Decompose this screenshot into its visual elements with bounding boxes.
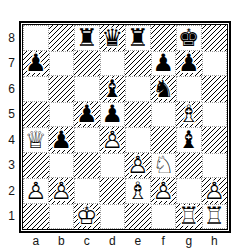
square-g4[interactable]: ♝♝ xyxy=(176,127,202,153)
piece-white-rook-h1[interactable]: ♜♖ xyxy=(203,205,227,229)
piece-glyph: ♚ xyxy=(178,26,200,50)
square-f7[interactable]: ♟♟ xyxy=(151,51,177,77)
piece-glyph: ♔ xyxy=(76,204,98,228)
square-f5[interactable] xyxy=(151,102,177,128)
square-d3[interactable] xyxy=(100,153,126,179)
rank-label-3: 3 xyxy=(0,153,15,179)
piece-glyph: ♗ xyxy=(127,179,149,203)
file-label-g: g xyxy=(176,233,202,249)
rank-label-5: 5 xyxy=(0,102,15,128)
rank-labels: 87654321 xyxy=(0,25,15,229)
square-a1[interactable] xyxy=(23,204,49,230)
piece-glyph: ♗ xyxy=(178,102,200,126)
square-a7[interactable]: ♟♟ xyxy=(23,51,49,77)
square-h8[interactable] xyxy=(202,25,228,51)
square-b7[interactable] xyxy=(49,51,75,77)
square-e7[interactable] xyxy=(125,51,151,77)
square-c8[interactable]: ♜♜ xyxy=(74,25,100,51)
square-g2[interactable] xyxy=(176,178,202,204)
square-a2[interactable]: ♟♙ xyxy=(23,178,49,204)
square-a6[interactable] xyxy=(23,76,49,102)
square-d2[interactable] xyxy=(100,178,126,204)
piece-glyph: ♙ xyxy=(152,179,174,203)
chess-diagram: 87654321 ♜♜♛♛♜♜♚♚♟♟♟♟♟♟♝♝♞♞♟♟♟♟♝♗♛♕♟♟♟♙♝… xyxy=(0,0,250,250)
piece-glyph: ♟ xyxy=(76,102,98,126)
piece-black-knight-f6[interactable]: ♞♞ xyxy=(151,76,177,102)
square-c1[interactable]: ♚♔ xyxy=(74,204,100,230)
piece-black-rook-c8[interactable]: ♜♜ xyxy=(75,26,99,50)
square-e8[interactable]: ♜♜ xyxy=(125,25,151,51)
square-f8[interactable] xyxy=(151,25,177,51)
square-d5[interactable]: ♟♟ xyxy=(100,102,126,128)
piece-glyph: ♙ xyxy=(127,153,149,177)
square-f4[interactable] xyxy=(151,127,177,153)
piece-glyph: ♙ xyxy=(50,179,72,203)
rank-label-8: 8 xyxy=(0,25,15,51)
piece-glyph: ♞ xyxy=(152,77,174,101)
piece-glyph: ♘ xyxy=(152,153,174,177)
square-g7[interactable]: ♟♟ xyxy=(176,51,202,77)
square-g8[interactable]: ♚♚ xyxy=(176,25,202,51)
square-b2[interactable]: ♟♙ xyxy=(49,178,75,204)
piece-black-rook-e8[interactable]: ♜♜ xyxy=(126,26,150,50)
square-c7[interactable] xyxy=(74,51,100,77)
piece-glyph: ♟ xyxy=(25,51,47,75)
file-label-a: a xyxy=(23,233,49,249)
piece-black-bishop-d6[interactable]: ♝♝ xyxy=(100,76,126,102)
piece-black-pawn-d5[interactable]: ♟♟ xyxy=(101,103,125,127)
square-h7[interactable] xyxy=(202,51,228,77)
rank-label-4: 4 xyxy=(0,127,15,153)
piece-glyph: ♙ xyxy=(25,179,47,203)
piece-glyph: ♖ xyxy=(203,204,225,228)
square-c3[interactable] xyxy=(74,153,100,179)
square-b1[interactable] xyxy=(49,204,75,230)
square-e3[interactable]: ♟♙ xyxy=(125,153,151,179)
file-label-e: e xyxy=(125,233,151,249)
rank-label-2: 2 xyxy=(0,178,15,204)
square-e5[interactable] xyxy=(125,102,151,128)
square-e1[interactable] xyxy=(125,204,151,230)
square-c5[interactable]: ♟♟ xyxy=(74,102,100,128)
piece-glyph: ♝ xyxy=(178,128,200,152)
rank-label-1: 1 xyxy=(0,204,15,230)
piece-glyph: ♙ xyxy=(203,179,225,203)
file-label-f: f xyxy=(151,233,177,249)
square-d4[interactable]: ♟♙ xyxy=(100,127,126,153)
square-a3[interactable] xyxy=(23,153,49,179)
piece-glyph: ♟ xyxy=(152,51,174,75)
piece-glyph: ♟ xyxy=(101,102,123,126)
piece-glyph: ♟ xyxy=(178,51,200,75)
square-b4[interactable]: ♟♟ xyxy=(49,127,75,153)
piece-white-pawn-b2[interactable]: ♟♙ xyxy=(49,178,75,204)
square-f3[interactable]: ♞♘ xyxy=(151,153,177,179)
square-e4[interactable] xyxy=(125,127,151,153)
piece-white-pawn-e3[interactable]: ♟♙ xyxy=(125,153,151,179)
piece-glyph: ♛ xyxy=(101,26,123,50)
piece-white-pawn-f2[interactable]: ♟♙ xyxy=(151,178,177,204)
piece-white-bishop-e2[interactable]: ♝♗ xyxy=(126,179,150,203)
square-f6[interactable]: ♞♞ xyxy=(151,76,177,102)
rank-label-6: 6 xyxy=(0,76,15,102)
piece-black-pawn-a7[interactable]: ♟♟ xyxy=(23,51,49,77)
file-label-h: h xyxy=(202,233,228,249)
square-c2[interactable] xyxy=(74,178,100,204)
board-frame: ♜♜♛♛♜♜♚♚♟♟♟♟♟♟♝♝♞♞♟♟♟♟♝♗♛♕♟♟♟♙♝♝♟♙♞♘♟♙♟♙… xyxy=(19,21,231,233)
piece-black-pawn-g7[interactable]: ♟♟ xyxy=(176,51,202,77)
piece-glyph: ♜ xyxy=(76,26,98,50)
piece-black-pawn-c5[interactable]: ♟♟ xyxy=(74,102,100,128)
square-g3[interactable] xyxy=(176,153,202,179)
piece-white-king-c1[interactable]: ♚♔ xyxy=(74,204,100,230)
square-c4[interactable] xyxy=(74,127,100,153)
piece-white-pawn-d4[interactable]: ♟♙ xyxy=(100,127,126,153)
piece-black-pawn-f7[interactable]: ♟♟ xyxy=(152,52,176,76)
piece-glyph: ♟ xyxy=(50,128,72,152)
square-d1[interactable] xyxy=(100,204,126,230)
square-h3[interactable] xyxy=(202,153,228,179)
square-h6[interactable] xyxy=(202,76,228,102)
square-h1[interactable]: ♜♖ xyxy=(202,204,228,230)
square-f2[interactable]: ♟♙ xyxy=(151,178,177,204)
square-e2[interactable]: ♝♗ xyxy=(125,178,151,204)
piece-black-queen-d8[interactable]: ♛♛ xyxy=(100,25,126,51)
square-h4[interactable] xyxy=(202,127,228,153)
square-g1[interactable]: ♜♖ xyxy=(176,204,202,230)
piece-glyph: ♜ xyxy=(127,26,149,50)
piece-black-king-g8[interactable]: ♚♚ xyxy=(177,26,201,50)
piece-white-rook-g1[interactable]: ♜♖ xyxy=(176,204,202,230)
square-d7[interactable] xyxy=(100,51,126,77)
file-label-c: c xyxy=(74,233,100,249)
square-b6[interactable] xyxy=(49,76,75,102)
square-c6[interactable] xyxy=(74,76,100,102)
square-d8[interactable]: ♛♛ xyxy=(100,25,126,51)
square-f1[interactable] xyxy=(151,204,177,230)
piece-black-pawn-b4[interactable]: ♟♟ xyxy=(49,127,75,153)
square-g6[interactable] xyxy=(176,76,202,102)
piece-white-pawn-h2[interactable]: ♟♙ xyxy=(202,178,228,204)
piece-glyph: ♙ xyxy=(101,128,123,152)
square-b3[interactable] xyxy=(49,153,75,179)
square-d6[interactable]: ♝♝ xyxy=(100,76,126,102)
file-label-d: d xyxy=(100,233,126,249)
square-h2[interactable]: ♟♙ xyxy=(202,178,228,204)
piece-white-bishop-g5[interactable]: ♝♗ xyxy=(176,102,202,128)
piece-glyph: ♖ xyxy=(178,204,200,228)
square-h5[interactable] xyxy=(202,102,228,128)
piece-white-queen-a4[interactable]: ♛♕ xyxy=(24,128,48,152)
piece-glyph: ♕ xyxy=(25,128,47,152)
square-b8[interactable] xyxy=(49,25,75,51)
square-a8[interactable] xyxy=(23,25,49,51)
square-b5[interactable] xyxy=(49,102,75,128)
piece-black-bishop-g4[interactable]: ♝♝ xyxy=(177,128,201,152)
piece-glyph: ♝ xyxy=(101,77,123,101)
square-g5[interactable]: ♝♗ xyxy=(176,102,202,128)
file-label-b: b xyxy=(49,233,75,249)
square-a5[interactable] xyxy=(23,102,49,128)
file-labels: abcdefgh xyxy=(23,233,227,249)
square-a4[interactable]: ♛♕ xyxy=(23,127,49,153)
piece-white-pawn-a2[interactable]: ♟♙ xyxy=(24,179,48,203)
board-grid: ♜♜♛♛♜♜♚♚♟♟♟♟♟♟♝♝♞♞♟♟♟♟♝♗♛♕♟♟♟♙♝♝♟♙♞♘♟♙♟♙… xyxy=(22,24,228,230)
piece-white-knight-f3[interactable]: ♞♘ xyxy=(152,154,176,178)
square-e6[interactable] xyxy=(125,76,151,102)
rank-label-7: 7 xyxy=(0,51,15,77)
